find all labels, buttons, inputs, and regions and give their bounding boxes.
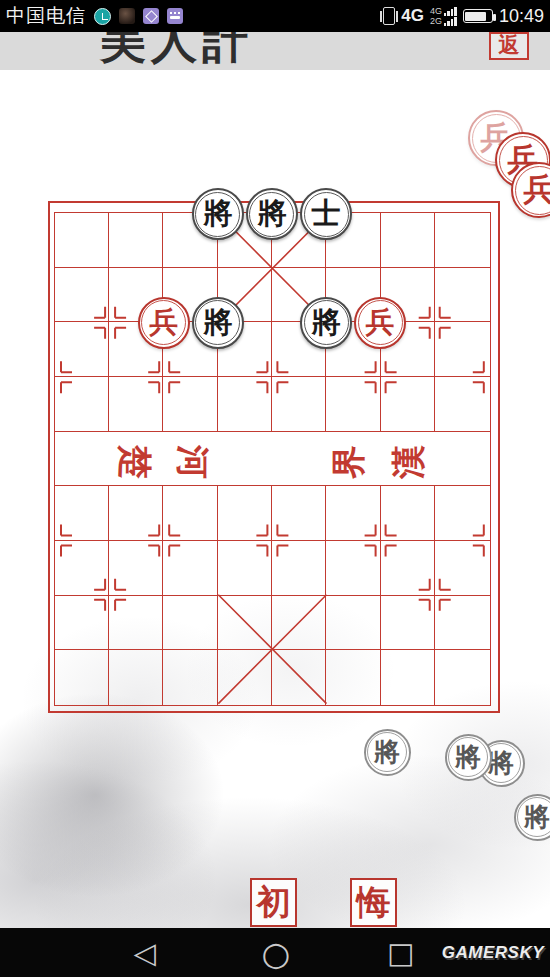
status-bar-right: 4G 4G 2G 10:49 — [383, 6, 544, 27]
piece-black-將[interactable]: 將 — [300, 297, 352, 349]
network-type-label: 4G — [401, 6, 424, 26]
piece-black-士[interactable]: 士 — [300, 188, 352, 240]
vibrate-icon — [383, 7, 395, 25]
gamersky-watermark: GAMERSKY — [442, 943, 544, 963]
battery-icon — [463, 9, 493, 23]
sim1-signal-bars-icon — [444, 7, 457, 16]
piece-gray-將[interactable]: 將 — [514, 794, 550, 841]
river-label: 漢 — [386, 442, 432, 482]
river-label: 河 — [169, 442, 215, 482]
alarm-clock-icon — [94, 8, 111, 25]
undo-button[interactable]: 悔 — [350, 878, 397, 927]
phone-screen: 中国电信 4G 4G 2G 10:49 美人計 返 — [0, 0, 550, 977]
river-label: 楚 — [111, 442, 157, 482]
nav-home-icon[interactable]: ○ — [262, 933, 291, 972]
status-bar: 中国电信 4G 4G 2G 10:49 — [0, 0, 550, 32]
sim2-signal-bars-icon — [444, 17, 457, 26]
header-bar: 美人計 返 — [0, 32, 550, 70]
sim2-network-label: 2G — [430, 17, 442, 26]
nav-recents-icon[interactable]: □ — [387, 936, 414, 970]
carrier-label: 中国电信 — [6, 3, 86, 29]
level-title: 美人計 — [100, 32, 253, 70]
xiangqi-board: 楚河界漢 將將士兵將將兵 — [48, 201, 500, 713]
keyboard-icon — [167, 8, 183, 24]
back-button[interactable]: 返 — [489, 32, 529, 60]
piece-black-將[interactable]: 將 — [246, 188, 298, 240]
clock-time: 10:49 — [499, 6, 544, 27]
restart-button[interactable]: 初 — [250, 878, 297, 927]
sim1-row: 4G — [430, 7, 457, 16]
screenshot-icon — [143, 8, 159, 24]
river-band: 楚河界漢 — [56, 433, 489, 485]
piece-black-將[interactable]: 將 — [192, 188, 244, 240]
dual-sim-signal: 4G 2G — [430, 7, 457, 26]
nav-back-icon[interactable]: ◁ — [134, 936, 156, 970]
android-nav-bar: ◁ ○ □ GAMERSKY — [0, 928, 550, 977]
piece-red-兵[interactable]: 兵 — [354, 297, 406, 349]
sim2-row: 2G — [430, 17, 457, 26]
piece-red-兵[interactable]: 兵 — [138, 297, 190, 349]
sim1-network-label: 4G — [430, 7, 442, 16]
board-overlay: 楚河界漢 將將士兵將將兵 — [54, 212, 491, 706]
notification-app-icon — [119, 8, 135, 24]
piece-gray-將[interactable]: 將 — [445, 734, 492, 781]
piece-black-將[interactable]: 將 — [192, 297, 244, 349]
river-label: 界 — [326, 442, 372, 482]
piece-gray-將[interactable]: 將 — [364, 729, 411, 776]
